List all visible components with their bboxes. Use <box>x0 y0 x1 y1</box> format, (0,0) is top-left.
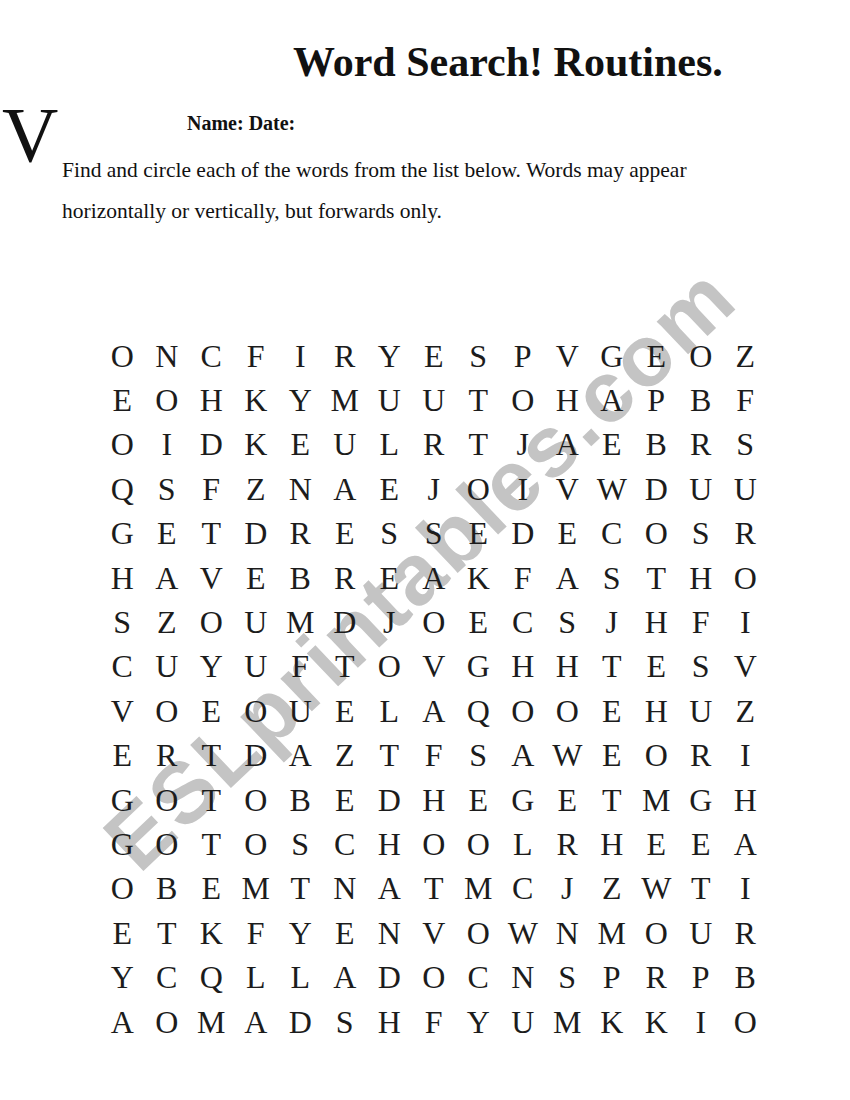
grid-cell: D <box>367 955 412 999</box>
grid-cell: V <box>545 467 590 511</box>
grid-cell: M <box>323 378 368 422</box>
grid-cell: I <box>679 1000 724 1044</box>
grid-cell: P <box>679 955 724 999</box>
grid-cell: E <box>456 600 501 644</box>
grid-cell: R <box>278 512 323 556</box>
grid-cell: M <box>278 600 323 644</box>
grid-cell: T <box>367 734 412 778</box>
grid-cell: E <box>278 423 323 467</box>
grid-cell: R <box>679 734 724 778</box>
grid-cell: H <box>679 556 724 600</box>
grid-cell: C <box>145 955 190 999</box>
grid-cell: B <box>278 556 323 600</box>
grid-cell: E <box>590 423 635 467</box>
grid-cell: T <box>456 423 501 467</box>
grid-cell: H <box>545 645 590 689</box>
grid-cell: H <box>590 822 635 866</box>
grid-cell: A <box>723 822 768 866</box>
grid-cell: A <box>234 1000 279 1044</box>
grid-cell: N <box>278 467 323 511</box>
grid-cell: U <box>234 600 279 644</box>
name-date-label: Name: Date: <box>187 112 295 135</box>
grid-cell: U <box>723 467 768 511</box>
grid-cell: M <box>234 867 279 911</box>
grid-cell: B <box>679 378 724 422</box>
grid-cell: D <box>234 734 279 778</box>
grid-cell: K <box>189 911 234 955</box>
grid-cell: O <box>545 689 590 733</box>
grid-cell: A <box>501 734 546 778</box>
grid-cell: A <box>412 689 457 733</box>
grid-cell: A <box>412 556 457 600</box>
grid-cell: W <box>634 867 679 911</box>
grid-cell: S <box>323 1000 368 1044</box>
grid-cell: S <box>590 556 635 600</box>
grid-cell: W <box>501 911 546 955</box>
grid-cell: H <box>367 1000 412 1044</box>
grid-cell: E <box>545 512 590 556</box>
grid-cell: E <box>367 556 412 600</box>
grid-cell: B <box>145 867 190 911</box>
grid-cell: R <box>634 955 679 999</box>
grid-cell: L <box>367 689 412 733</box>
grid-cell: Z <box>590 867 635 911</box>
grid-cell: N <box>145 334 190 378</box>
grid-cell: J <box>545 867 590 911</box>
grid-cell: O <box>412 822 457 866</box>
grid-cell: G <box>100 778 145 822</box>
page-title: Word Search! Routines. <box>293 38 723 86</box>
grid-cell: T <box>323 645 368 689</box>
grid-cell: Z <box>145 600 190 644</box>
grid-cell: M <box>545 1000 590 1044</box>
grid-cell: B <box>634 423 679 467</box>
grid-cell: S <box>545 600 590 644</box>
grid-cell: V <box>412 645 457 689</box>
grid-cell: V <box>100 689 145 733</box>
grid-cell: E <box>100 911 145 955</box>
grid-cell: D <box>189 423 234 467</box>
grid-cell: O <box>412 600 457 644</box>
grid-cell: H <box>100 556 145 600</box>
grid-cell: Q <box>100 467 145 511</box>
grid-cell: T <box>189 734 234 778</box>
grid-cell: T <box>412 867 457 911</box>
grid-cell: J <box>590 600 635 644</box>
grid-cell: O <box>723 556 768 600</box>
grid-cell: E <box>100 734 145 778</box>
grid-cell: E <box>634 645 679 689</box>
grid-cell: M <box>456 867 501 911</box>
grid-cell: C <box>189 334 234 378</box>
grid-cell: P <box>590 955 635 999</box>
grid-cell: D <box>278 1000 323 1044</box>
grid-cell: Z <box>323 734 368 778</box>
grid-cell: C <box>323 822 368 866</box>
grid-cell: C <box>501 867 546 911</box>
grid-cell: G <box>679 778 724 822</box>
grid-cell: C <box>590 512 635 556</box>
grid-cell: Z <box>723 334 768 378</box>
grid-cell: H <box>412 778 457 822</box>
instructions-line-2: horizontally or vertically, but forwards… <box>62 191 687 232</box>
grid-cell: D <box>634 467 679 511</box>
grid-cell: T <box>189 822 234 866</box>
grid-cell: R <box>412 423 457 467</box>
grid-cell: K <box>634 1000 679 1044</box>
grid-cell: K <box>456 556 501 600</box>
grid-cell: O <box>234 822 279 866</box>
grid-cell: A <box>590 378 635 422</box>
grid-cell: O <box>189 600 234 644</box>
grid-cell: F <box>234 911 279 955</box>
grid-cell: E <box>100 378 145 422</box>
grid-cell: U <box>679 911 724 955</box>
grid-cell: O <box>456 467 501 511</box>
grid-cell: H <box>634 600 679 644</box>
grid-cell: Y <box>189 645 234 689</box>
grid-cell: S <box>145 467 190 511</box>
grid-cell: G <box>590 334 635 378</box>
grid-cell: G <box>100 512 145 556</box>
grid-cell: D <box>367 778 412 822</box>
grid-cell: O <box>634 911 679 955</box>
grid-cell: I <box>723 600 768 644</box>
grid-cell: H <box>723 778 768 822</box>
corner-letter: V <box>2 96 58 174</box>
grid-cell: E <box>590 689 635 733</box>
grid-cell: O <box>145 822 190 866</box>
grid-cell: H <box>634 689 679 733</box>
grid-cell: K <box>234 378 279 422</box>
grid-cell: E <box>634 822 679 866</box>
word-search-grid: ONCFIRYESPVGEOZEOHKYMUUTOHAPBFOIDKEULRTJ… <box>100 334 768 1044</box>
grid-cell: T <box>590 645 635 689</box>
grid-cell: E <box>323 689 368 733</box>
grid-cell: U <box>323 423 368 467</box>
grid-cell: E <box>456 512 501 556</box>
grid-cell: Z <box>723 689 768 733</box>
grid-cell: T <box>634 556 679 600</box>
grid-cell: O <box>679 334 724 378</box>
grid-cell: F <box>501 556 546 600</box>
grid-cell: Y <box>278 911 323 955</box>
grid-cell: O <box>145 689 190 733</box>
grid-cell: F <box>189 467 234 511</box>
grid-cell: E <box>412 334 457 378</box>
grid-cell: U <box>679 689 724 733</box>
grid-cell: E <box>590 734 635 778</box>
grid-cell: T <box>679 867 724 911</box>
grid-cell: R <box>679 423 724 467</box>
grid-cell: R <box>323 334 368 378</box>
grid-cell: C <box>501 600 546 644</box>
grid-cell: U <box>278 689 323 733</box>
grid-cell: E <box>189 689 234 733</box>
grid-cell: E <box>456 778 501 822</box>
grid-cell: L <box>234 955 279 999</box>
grid-cell: L <box>367 423 412 467</box>
grid-cell: U <box>234 645 279 689</box>
grid-cell: P <box>634 378 679 422</box>
grid-cell: O <box>501 689 546 733</box>
grid-cell: A <box>323 467 368 511</box>
grid-cell: E <box>545 778 590 822</box>
grid-cell: Y <box>100 955 145 999</box>
grid-cell: E <box>234 556 279 600</box>
grid-cell: Q <box>189 955 234 999</box>
grid-cell: O <box>456 822 501 866</box>
grid-cell: U <box>501 1000 546 1044</box>
grid-cell: T <box>189 778 234 822</box>
grid-cell: I <box>501 467 546 511</box>
grid-cell: O <box>145 378 190 422</box>
grid-cell: E <box>679 822 724 866</box>
grid-cell: H <box>545 378 590 422</box>
grid-cell: J <box>501 423 546 467</box>
grid-cell: N <box>367 911 412 955</box>
instructions: Find and circle each of the words from t… <box>62 150 687 232</box>
grid-cell: F <box>278 645 323 689</box>
grid-cell: M <box>590 911 635 955</box>
grid-cell: M <box>189 1000 234 1044</box>
grid-cell: E <box>367 467 412 511</box>
grid-cell: A <box>323 955 368 999</box>
grid-cell: J <box>412 467 457 511</box>
grid-cell: I <box>145 423 190 467</box>
grid-cell: O <box>100 334 145 378</box>
grid-cell: E <box>189 867 234 911</box>
grid-cell: R <box>145 734 190 778</box>
grid-cell: I <box>723 867 768 911</box>
grid-cell: L <box>278 955 323 999</box>
grid-cell: O <box>145 1000 190 1044</box>
grid-cell: S <box>278 822 323 866</box>
grid-cell: V <box>545 334 590 378</box>
grid-cell: F <box>234 334 279 378</box>
grid-cell: O <box>634 734 679 778</box>
grid-cell: O <box>100 423 145 467</box>
grid-cell: Y <box>367 334 412 378</box>
grid-cell: U <box>412 378 457 422</box>
grid-cell: M <box>634 778 679 822</box>
grid-cell: I <box>723 734 768 778</box>
grid-cell: T <box>278 867 323 911</box>
grid-cell: O <box>234 778 279 822</box>
grid-cell: O <box>634 512 679 556</box>
grid-cell: Y <box>278 378 323 422</box>
grid-cell: O <box>367 645 412 689</box>
grid-cell: O <box>501 378 546 422</box>
grid-cell: N <box>323 867 368 911</box>
grid-cell: E <box>634 334 679 378</box>
grid-cell: D <box>323 600 368 644</box>
grid-cell: V <box>412 911 457 955</box>
grid-cell: W <box>590 467 635 511</box>
grid-cell: B <box>278 778 323 822</box>
grid-cell: U <box>679 467 724 511</box>
grid-cell: E <box>323 778 368 822</box>
grid-cell: H <box>189 378 234 422</box>
grid-cell: J <box>367 600 412 644</box>
grid-cell: O <box>456 911 501 955</box>
grid-cell: R <box>723 911 768 955</box>
grid-cell: Y <box>456 1000 501 1044</box>
grid-cell: V <box>723 645 768 689</box>
grid-cell: E <box>145 512 190 556</box>
grid-cell: A <box>367 867 412 911</box>
grid-cell: Z <box>234 467 279 511</box>
grid-cell: N <box>545 911 590 955</box>
grid-cell: A <box>145 556 190 600</box>
grid-cell: H <box>367 822 412 866</box>
grid-cell: A <box>100 1000 145 1044</box>
grid-cell: S <box>412 512 457 556</box>
grid-cell: C <box>456 955 501 999</box>
grid-cell: W <box>545 734 590 778</box>
grid-cell: S <box>367 512 412 556</box>
grid-cell: P <box>501 334 546 378</box>
grid-cell: G <box>501 778 546 822</box>
grid-cell: A <box>545 556 590 600</box>
grid-cell: S <box>679 512 724 556</box>
grid-cell: F <box>723 378 768 422</box>
instructions-line-1: Find and circle each of the words from t… <box>62 150 687 191</box>
grid-cell: D <box>501 512 546 556</box>
grid-cell: D <box>234 512 279 556</box>
grid-cell: T <box>189 512 234 556</box>
grid-cell: T <box>590 778 635 822</box>
grid-cell: Q <box>456 689 501 733</box>
worksheet-page: ESLprintables.com Word Search! Routines.… <box>0 0 850 1100</box>
grid-cell: T <box>456 378 501 422</box>
grid-cell: U <box>367 378 412 422</box>
grid-cell: U <box>145 645 190 689</box>
grid-cell: S <box>679 645 724 689</box>
grid-cell: S <box>100 600 145 644</box>
grid-cell: S <box>723 423 768 467</box>
grid-cell: O <box>234 689 279 733</box>
grid-cell: O <box>100 867 145 911</box>
grid-cell: R <box>545 822 590 866</box>
grid-cell: N <box>501 955 546 999</box>
grid-cell: R <box>723 512 768 556</box>
grid-cell: B <box>723 955 768 999</box>
grid-cell: R <box>323 556 368 600</box>
grid-cell: I <box>278 334 323 378</box>
grid-cell: G <box>456 645 501 689</box>
grid-cell: L <box>501 822 546 866</box>
grid-cell: T <box>145 911 190 955</box>
grid-cell: F <box>412 734 457 778</box>
grid-cell: A <box>278 734 323 778</box>
grid-cell: V <box>189 556 234 600</box>
grid-cell: S <box>456 334 501 378</box>
grid-cell: H <box>501 645 546 689</box>
grid-cell: E <box>323 512 368 556</box>
grid-cell: G <box>100 822 145 866</box>
grid-cell: F <box>412 1000 457 1044</box>
grid-cell: O <box>723 1000 768 1044</box>
grid-cell: E <box>323 911 368 955</box>
grid-cell: K <box>590 1000 635 1044</box>
grid-cell: O <box>145 778 190 822</box>
grid-cell: O <box>412 955 457 999</box>
grid-cell: F <box>679 600 724 644</box>
grid-cell: C <box>100 645 145 689</box>
grid-cell: S <box>545 955 590 999</box>
grid-cell: K <box>234 423 279 467</box>
grid-cell: A <box>545 423 590 467</box>
grid-cell: S <box>456 734 501 778</box>
